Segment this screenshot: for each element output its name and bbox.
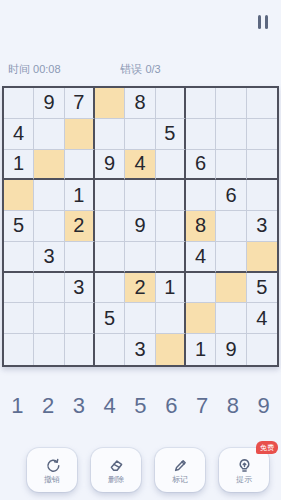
numpad-key-6[interactable]: 6 <box>156 391 187 421</box>
cell-r7c6[interactable]: 1 <box>156 273 186 304</box>
numpad-key-8[interactable]: 8 <box>217 391 248 421</box>
pause-button[interactable] <box>254 15 272 31</box>
numpad-key-1[interactable]: 1 <box>2 391 33 421</box>
cell-r7c8[interactable] <box>216 273 246 304</box>
cell-r6c6[interactable] <box>156 242 186 273</box>
numpad: 123456789 <box>2 391 279 421</box>
numpad-key-2[interactable]: 2 <box>33 391 64 421</box>
sudoku-app-screen: 时间 00:08 错误 0/3 978451946165298334321554… <box>0 0 281 500</box>
cell-r1c9[interactable] <box>247 88 277 119</box>
cell-r2c4[interactable] <box>95 119 125 150</box>
cell-r8c9[interactable]: 4 <box>247 303 277 334</box>
cell-r6c4[interactable] <box>95 242 125 273</box>
cell-r6c5[interactable] <box>125 242 155 273</box>
cell-r5c8[interactable] <box>216 211 246 242</box>
notes-button[interactable]: 标记 <box>155 448 205 492</box>
cell-r4c1[interactable] <box>4 180 34 211</box>
cell-r9c3[interactable] <box>65 334 95 365</box>
cell-r7c3[interactable]: 3 <box>65 273 95 304</box>
numpad-key-3[interactable]: 3 <box>64 391 95 421</box>
cell-r5c4[interactable] <box>95 211 125 242</box>
pencil-icon <box>172 457 189 474</box>
cell-r3c5[interactable]: 4 <box>125 150 155 181</box>
cell-r9c2[interactable] <box>34 334 64 365</box>
cell-r6c1[interactable] <box>4 242 34 273</box>
cell-r6c3[interactable] <box>65 242 95 273</box>
cell-r2c1[interactable]: 4 <box>4 119 34 150</box>
cell-r9c8[interactable]: 9 <box>216 334 246 365</box>
undo-icon <box>44 457 61 474</box>
cell-r7c5[interactable]: 2 <box>125 273 155 304</box>
cell-r7c1[interactable] <box>4 273 34 304</box>
cell-r2c6[interactable]: 5 <box>156 119 186 150</box>
cell-r2c3[interactable] <box>65 119 95 150</box>
cell-r8c5[interactable] <box>125 303 155 334</box>
cell-r6c7[interactable]: 4 <box>186 242 216 273</box>
cell-r1c8[interactable] <box>216 88 246 119</box>
cell-r5c7[interactable]: 8 <box>186 211 216 242</box>
status-row: 时间 00:08 错误 0/3 <box>0 62 281 78</box>
hint-button[interactable]: 免费 提示 <box>219 448 269 492</box>
cell-r4c2[interactable] <box>34 180 64 211</box>
cell-r9c4[interactable] <box>95 334 125 365</box>
cell-r7c2[interactable] <box>34 273 64 304</box>
erase-label: 删除 <box>108 476 124 484</box>
cell-r9c9[interactable] <box>247 334 277 365</box>
cell-r2c8[interactable] <box>216 119 246 150</box>
erase-button[interactable]: 删除 <box>91 448 141 492</box>
cell-r4c8[interactable]: 6 <box>216 180 246 211</box>
cell-r3c8[interactable] <box>216 150 246 181</box>
cell-r5c1[interactable]: 5 <box>4 211 34 242</box>
cell-r3c6[interactable] <box>156 150 186 181</box>
cell-r4c5[interactable] <box>125 180 155 211</box>
cell-r4c4[interactable] <box>95 180 125 211</box>
cell-r2c5[interactable] <box>125 119 155 150</box>
cell-r5c3[interactable]: 2 <box>65 211 95 242</box>
cell-r8c6[interactable] <box>156 303 186 334</box>
cell-r2c2[interactable] <box>34 119 64 150</box>
cell-r7c7[interactable] <box>186 273 216 304</box>
cell-r5c2[interactable] <box>34 211 64 242</box>
eraser-icon <box>108 457 125 474</box>
pause-icon <box>265 15 268 29</box>
hint-label: 提示 <box>236 476 252 484</box>
pause-icon <box>258 15 261 29</box>
cell-r6c8[interactable] <box>216 242 246 273</box>
mistakes-value: 0/3 <box>145 63 160 75</box>
cell-r9c1[interactable] <box>4 334 34 365</box>
cell-r6c9[interactable] <box>247 242 277 273</box>
cell-r3c9[interactable] <box>247 150 277 181</box>
cell-r8c1[interactable] <box>4 303 34 334</box>
mistakes-counter: 错误 0/3 <box>0 62 281 77</box>
cell-r4c6[interactable] <box>156 180 186 211</box>
bulb-icon <box>236 457 253 474</box>
cell-r1c3[interactable]: 7 <box>65 88 95 119</box>
sudoku-board: 978451946165298334321554319 <box>2 86 279 367</box>
cell-r3c2[interactable] <box>34 150 64 181</box>
cell-r1c1[interactable] <box>4 88 34 119</box>
toolbar: 撤销 删除 标记 免费 <box>27 448 269 492</box>
notes-label: 标记 <box>172 476 188 484</box>
cell-r9c7[interactable]: 1 <box>186 334 216 365</box>
undo-button[interactable]: 撤销 <box>27 448 77 492</box>
cell-r2c9[interactable] <box>247 119 277 150</box>
numpad-key-9[interactable]: 9 <box>248 391 279 421</box>
mistakes-label: 错误 <box>120 63 142 75</box>
cell-r7c4[interactable] <box>95 273 125 304</box>
cell-r9c5[interactable]: 3 <box>125 334 155 365</box>
cell-r3c3[interactable] <box>65 150 95 181</box>
numpad-key-7[interactable]: 7 <box>187 391 218 421</box>
cell-r5c5[interactable]: 9 <box>125 211 155 242</box>
free-badge: 免费 <box>256 441 278 454</box>
cell-r3c7[interactable]: 6 <box>186 150 216 181</box>
cell-r4c3[interactable]: 1 <box>65 180 95 211</box>
undo-label: 撤销 <box>44 476 60 484</box>
cell-r8c3[interactable] <box>65 303 95 334</box>
cell-r6c2[interactable]: 3 <box>34 242 64 273</box>
numpad-key-5[interactable]: 5 <box>125 391 156 421</box>
cell-r1c7[interactable] <box>186 88 216 119</box>
cell-r2c7[interactable] <box>186 119 216 150</box>
cell-r8c2[interactable] <box>34 303 64 334</box>
cell-r8c4[interactable]: 5 <box>95 303 125 334</box>
cell-r1c2[interactable]: 9 <box>34 88 64 119</box>
cell-r5c9[interactable]: 3 <box>247 211 277 242</box>
cell-r4c9[interactable] <box>247 180 277 211</box>
cell-r8c7[interactable] <box>186 303 216 334</box>
cell-r4c7[interactable] <box>186 180 216 211</box>
numpad-key-4[interactable]: 4 <box>94 391 125 421</box>
cell-r7c9[interactable]: 5 <box>247 273 277 304</box>
cell-r9c6[interactable] <box>156 334 186 365</box>
cell-r1c5[interactable]: 8 <box>125 88 155 119</box>
cell-r3c1[interactable]: 1 <box>4 150 34 181</box>
cell-r8c8[interactable] <box>216 303 246 334</box>
cell-r5c6[interactable] <box>156 211 186 242</box>
cell-r3c4[interactable]: 9 <box>95 150 125 181</box>
cell-r1c4[interactable] <box>95 88 125 119</box>
cell-r1c6[interactable] <box>156 88 186 119</box>
